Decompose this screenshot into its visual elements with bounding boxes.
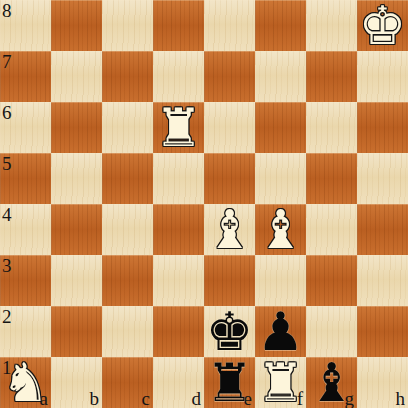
rank-label-3: 3: [2, 256, 12, 275]
square-g1[interactable]: g♝: [306, 357, 357, 408]
square-e8[interactable]: [204, 0, 255, 51]
chess-board: 8♚76♜54♝♝32♚♟1a♞bcde♜f♜g♝h: [0, 0, 408, 408]
square-c8[interactable]: [102, 0, 153, 51]
square-g8[interactable]: [306, 0, 357, 51]
black-bishop-g1[interactable]: ♝: [306, 357, 357, 408]
square-b7[interactable]: [51, 51, 102, 102]
square-h4[interactable]: [357, 204, 408, 255]
white-bishop-f4[interactable]: ♝: [255, 204, 306, 255]
square-g2[interactable]: [306, 306, 357, 357]
square-f8[interactable]: [255, 0, 306, 51]
black-rook-e1[interactable]: ♜: [204, 357, 255, 408]
rank-label-7: 7: [2, 52, 12, 71]
square-g5[interactable]: [306, 153, 357, 204]
square-c3[interactable]: [102, 255, 153, 306]
file-label-c: c: [142, 389, 150, 408]
white-bishop-e4[interactable]: ♝: [204, 204, 255, 255]
square-c7[interactable]: [102, 51, 153, 102]
square-g6[interactable]: [306, 102, 357, 153]
square-d4[interactable]: [153, 204, 204, 255]
square-b8[interactable]: [51, 0, 102, 51]
square-g7[interactable]: [306, 51, 357, 102]
square-h5[interactable]: [357, 153, 408, 204]
square-d2[interactable]: [153, 306, 204, 357]
square-e2[interactable]: ♚: [204, 306, 255, 357]
square-a8[interactable]: 8: [0, 0, 51, 51]
square-b2[interactable]: [51, 306, 102, 357]
rank-label-8: 8: [2, 1, 12, 20]
square-d6[interactable]: ♜: [153, 102, 204, 153]
square-b4[interactable]: [51, 204, 102, 255]
square-d5[interactable]: [153, 153, 204, 204]
rank-label-5: 5: [2, 154, 12, 173]
square-f3[interactable]: [255, 255, 306, 306]
square-c1[interactable]: c: [102, 357, 153, 408]
square-e6[interactable]: [204, 102, 255, 153]
square-b3[interactable]: [51, 255, 102, 306]
square-g4[interactable]: [306, 204, 357, 255]
white-rook-d6[interactable]: ♜: [153, 102, 204, 153]
square-a4[interactable]: 4: [0, 204, 51, 255]
square-c6[interactable]: [102, 102, 153, 153]
square-d8[interactable]: [153, 0, 204, 51]
square-h6[interactable]: [357, 102, 408, 153]
square-a3[interactable]: 3: [0, 255, 51, 306]
white-rook-f1[interactable]: ♜: [255, 357, 306, 408]
square-f1[interactable]: f♜: [255, 357, 306, 408]
square-a2[interactable]: 2: [0, 306, 51, 357]
square-b5[interactable]: [51, 153, 102, 204]
square-e1[interactable]: e♜: [204, 357, 255, 408]
white-king-h8[interactable]: ♚: [357, 0, 408, 51]
square-d3[interactable]: [153, 255, 204, 306]
square-a1[interactable]: 1a♞: [0, 357, 51, 408]
square-h7[interactable]: [357, 51, 408, 102]
file-label-b: b: [90, 389, 100, 408]
square-e7[interactable]: [204, 51, 255, 102]
square-a5[interactable]: 5: [0, 153, 51, 204]
rank-label-2: 2: [2, 307, 12, 326]
square-e5[interactable]: [204, 153, 255, 204]
square-c2[interactable]: [102, 306, 153, 357]
square-c5[interactable]: [102, 153, 153, 204]
file-label-d: d: [192, 389, 202, 408]
square-c4[interactable]: [102, 204, 153, 255]
white-knight-a1[interactable]: ♞: [0, 357, 51, 408]
square-f4[interactable]: ♝: [255, 204, 306, 255]
square-f2[interactable]: ♟: [255, 306, 306, 357]
square-e4[interactable]: ♝: [204, 204, 255, 255]
black-king-e2[interactable]: ♚: [204, 306, 255, 357]
square-f6[interactable]: [255, 102, 306, 153]
square-d1[interactable]: d: [153, 357, 204, 408]
rank-label-4: 4: [2, 205, 12, 224]
square-a6[interactable]: 6: [0, 102, 51, 153]
square-b1[interactable]: b: [51, 357, 102, 408]
square-h8[interactable]: ♚: [357, 0, 408, 51]
square-h1[interactable]: h: [357, 357, 408, 408]
file-label-h: h: [396, 389, 406, 408]
square-f5[interactable]: [255, 153, 306, 204]
black-pawn-f2[interactable]: ♟: [255, 306, 306, 357]
square-h2[interactable]: [357, 306, 408, 357]
square-d7[interactable]: [153, 51, 204, 102]
square-a7[interactable]: 7: [0, 51, 51, 102]
square-h3[interactable]: [357, 255, 408, 306]
rank-label-6: 6: [2, 103, 12, 122]
square-e3[interactable]: [204, 255, 255, 306]
square-b6[interactable]: [51, 102, 102, 153]
square-f7[interactable]: [255, 51, 306, 102]
square-g3[interactable]: [306, 255, 357, 306]
